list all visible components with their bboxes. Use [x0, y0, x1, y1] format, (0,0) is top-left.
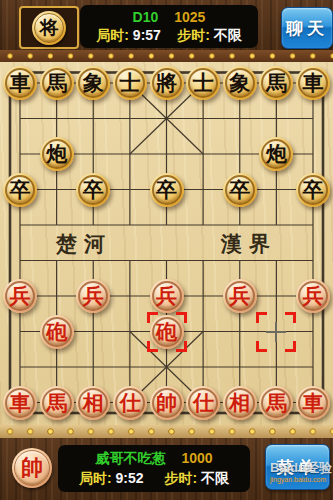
piece-glyph: 卒: [78, 175, 108, 205]
game-time-label: 局时:: [79, 470, 112, 486]
piece-glyph: 將: [152, 68, 182, 98]
piece-black-elephant[interactable]: 象: [223, 66, 257, 100]
piece-glyph: 士: [115, 68, 145, 98]
piece-glyph: 兵: [298, 281, 328, 311]
piece-glyph: 兵: [152, 281, 182, 311]
piece-glyph: 炮: [261, 139, 291, 169]
piece-glyph: 士: [188, 68, 218, 98]
piece-glyph: 馬: [42, 388, 72, 418]
piece-glyph: 馬: [261, 388, 291, 418]
move-time-value: 不限: [201, 470, 229, 486]
opponent-info-panel: D10 1025 局时: 9:57 步时: 不限: [80, 5, 258, 48]
piece-red-elephant[interactable]: 相: [76, 386, 110, 420]
top-stud-strip: [0, 50, 333, 62]
piece-red-chariot[interactable]: 車: [3, 386, 37, 420]
piece-glyph: 相: [78, 388, 108, 418]
game-time-group: 局时: 9:57: [96, 27, 161, 45]
piece-glyph: 車: [5, 68, 35, 98]
piece-black-chariot[interactable]: 車: [3, 66, 37, 100]
player-score: 1000: [181, 450, 212, 468]
piece-black-soldier[interactable]: 卒: [223, 173, 257, 207]
piece-glyph: 車: [5, 388, 35, 418]
piece-glyph: 卒: [152, 175, 182, 205]
piece-glyph: 車: [298, 68, 328, 98]
opponent-rank: D10: [133, 9, 159, 25]
piece-glyph: 卒: [225, 175, 255, 205]
black-general-glyph: 将: [34, 13, 64, 43]
black-general-icon: 将: [32, 11, 66, 45]
menu-button[interactable]: 菜单: [265, 444, 330, 490]
piece-glyph: 炮: [42, 139, 72, 169]
move-time-value: 不限: [214, 27, 242, 43]
footer-bar: 帥 威哥不吃葱 1000 局时: 9:52 步时: 不限 菜单 Baidu经验 …: [0, 438, 333, 500]
piece-black-soldier[interactable]: 卒: [150, 173, 184, 207]
piece-red-horse[interactable]: 馬: [259, 386, 293, 420]
piece-red-chariot[interactable]: 車: [296, 386, 330, 420]
piece-glyph: 兵: [225, 281, 255, 311]
game-time-value: 9:57: [133, 27, 161, 43]
opponent-time-line: 局时: 9:57 步时: 不限: [80, 27, 258, 45]
piece-glyph: 馬: [42, 68, 72, 98]
move-time-group: 步时: 不限: [177, 27, 242, 45]
opponent-piece-badge: 将: [19, 6, 79, 49]
piece-glyph: 砲: [42, 317, 72, 347]
piece-glyph: 相: [225, 388, 255, 418]
piece-black-soldier[interactable]: 卒: [76, 173, 110, 207]
piece-red-advisor[interactable]: 仕: [113, 386, 147, 420]
piece-black-soldier[interactable]: 卒: [3, 173, 37, 207]
piece-red-soldier[interactable]: 兵: [296, 279, 330, 313]
move-time-label: 步时:: [177, 27, 210, 43]
piece-red-soldier[interactable]: 兵: [3, 279, 37, 313]
piece-glyph: 仕: [188, 388, 218, 418]
piece-glyph: 卒: [5, 175, 35, 205]
move-time-group: 步时: 不限: [164, 470, 229, 488]
piece-black-horse[interactable]: 馬: [40, 66, 74, 100]
piece-black-cannon[interactable]: 炮: [40, 137, 74, 171]
game-time-label: 局时:: [96, 27, 129, 43]
piece-black-chariot[interactable]: 車: [296, 66, 330, 100]
player-info-panel: 威哥不吃葱 1000 局时: 9:52 步时: 不限: [58, 445, 250, 492]
river-label-han: 漢界: [201, 228, 297, 260]
piece-red-cannon[interactable]: 砲: [150, 315, 184, 349]
piece-black-advisor[interactable]: 士: [186, 66, 220, 100]
piece-red-advisor[interactable]: 仕: [186, 386, 220, 420]
piece-red-soldier[interactable]: 兵: [150, 279, 184, 313]
piece-glyph: 仕: [115, 388, 145, 418]
piece-black-elephant[interactable]: 象: [76, 66, 110, 100]
bottom-stud-strip: [0, 425, 333, 438]
game-time-group: 局时: 9:52: [79, 470, 144, 488]
piece-black-advisor[interactable]: 士: [113, 66, 147, 100]
xiangqi-game-screen: 将 D10 1025 局时: 9:57 步时: 不限 聊天: [0, 0, 333, 500]
piece-glyph: 砲: [152, 317, 182, 347]
piece-glyph: 象: [225, 68, 255, 98]
piece-glyph: 馬: [261, 68, 291, 98]
piece-glyph: 兵: [78, 281, 108, 311]
player-id-line: 威哥不吃葱 1000: [58, 450, 250, 468]
piece-glyph: 帥: [152, 388, 182, 418]
piece-black-soldier[interactable]: 卒: [296, 173, 330, 207]
chat-button[interactable]: 聊天: [281, 7, 333, 49]
piece-black-general[interactable]: 將: [150, 66, 184, 100]
piece-glyph: 車: [298, 388, 328, 418]
opponent-id-line: D10 1025: [80, 9, 258, 25]
player-time-line: 局时: 9:52 步时: 不限: [58, 470, 250, 488]
opponent-score: 1025: [174, 9, 205, 25]
piece-red-general[interactable]: 帥: [150, 386, 184, 420]
piece-red-elephant[interactable]: 相: [223, 386, 257, 420]
piece-glyph: 卒: [298, 175, 328, 205]
game-time-value: 9:52: [116, 470, 144, 486]
move-time-label: 步时:: [164, 470, 197, 486]
piece-red-soldier[interactable]: 兵: [76, 279, 110, 313]
red-general-icon: 帥: [12, 448, 52, 488]
xiangqi-board[interactable]: 楚河 漢界 車馬象士將士象馬車炮炮卒卒卒卒卒兵兵兵兵兵砲砲車馬相仕帥仕相馬車: [0, 62, 333, 425]
header-bar: 将 D10 1025 局时: 9:57 步时: 不限 聊天: [0, 0, 333, 50]
piece-red-soldier[interactable]: 兵: [223, 279, 257, 313]
red-general-glyph: 帥: [14, 450, 50, 486]
player-name: 威哥不吃葱: [95, 450, 165, 468]
piece-red-horse[interactable]: 馬: [40, 386, 74, 420]
piece-red-cannon[interactable]: 砲: [40, 315, 74, 349]
piece-glyph: 兵: [5, 281, 35, 311]
river-label-chu: 楚河: [36, 228, 132, 260]
piece-glyph: 象: [78, 68, 108, 98]
